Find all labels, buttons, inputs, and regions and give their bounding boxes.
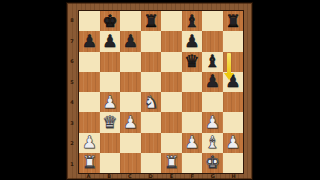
piece-wq[interactable]: ♛ bbox=[102, 114, 117, 131]
square-b3[interactable]: ♛ bbox=[100, 112, 121, 132]
square-h6[interactable] bbox=[223, 52, 244, 72]
square-g7[interactable] bbox=[202, 31, 223, 51]
file-label-h: H bbox=[223, 173, 244, 180]
piece-bq[interactable]: ♛ bbox=[184, 53, 199, 70]
square-d7[interactable] bbox=[141, 31, 162, 51]
square-a5[interactable] bbox=[79, 72, 100, 92]
square-a4[interactable] bbox=[79, 92, 100, 112]
square-g5[interactable]: ♟ bbox=[202, 72, 223, 92]
square-e6[interactable] bbox=[161, 52, 182, 72]
piece-bp[interactable]: ♟ bbox=[82, 33, 97, 50]
square-d2[interactable] bbox=[141, 133, 162, 153]
piece-wb[interactable]: ♝ bbox=[205, 134, 220, 151]
piece-bp[interactable]: ♟ bbox=[102, 33, 117, 50]
move-arrow-head bbox=[224, 73, 234, 80]
piece-wn[interactable]: ♞ bbox=[143, 94, 158, 111]
piece-bb[interactable]: ♝ bbox=[184, 13, 199, 30]
file-labels: ABCDEFGH bbox=[78, 173, 244, 180]
square-f7[interactable]: ♟ bbox=[182, 31, 203, 51]
piece-wp[interactable]: ♟ bbox=[123, 114, 138, 131]
square-g1[interactable]: ♚ bbox=[202, 153, 223, 173]
square-e5[interactable] bbox=[161, 72, 182, 92]
file-label-c: C bbox=[120, 173, 141, 180]
square-e4[interactable] bbox=[161, 92, 182, 112]
file-label-f: F bbox=[182, 173, 203, 180]
piece-wr[interactable]: ♜ bbox=[82, 154, 97, 171]
square-a8[interactable] bbox=[79, 11, 100, 31]
chess-board[interactable]: ♚♜♝♜♟♟♟♟♛♝♟♟♟♞♛♟♟♟♟♝♟♜♜♚ bbox=[78, 10, 244, 174]
file-label-d: D bbox=[140, 173, 161, 180]
square-a7[interactable]: ♟ bbox=[79, 31, 100, 51]
square-b2[interactable] bbox=[100, 133, 121, 153]
square-d5[interactable] bbox=[141, 72, 162, 92]
piece-bp[interactable]: ♟ bbox=[123, 33, 138, 50]
square-f3[interactable] bbox=[182, 112, 203, 132]
square-c3[interactable]: ♟ bbox=[120, 112, 141, 132]
square-a3[interactable] bbox=[79, 112, 100, 132]
square-h8[interactable]: ♜ bbox=[223, 11, 244, 31]
piece-wp[interactable]: ♟ bbox=[82, 134, 97, 151]
square-f2[interactable]: ♟ bbox=[182, 133, 203, 153]
square-c5[interactable] bbox=[120, 72, 141, 92]
piece-bp[interactable]: ♟ bbox=[184, 33, 199, 50]
square-c8[interactable] bbox=[120, 11, 141, 31]
square-f5[interactable] bbox=[182, 72, 203, 92]
piece-br[interactable]: ♜ bbox=[225, 13, 240, 30]
square-g3[interactable]: ♟ bbox=[202, 112, 223, 132]
square-h4[interactable] bbox=[223, 92, 244, 112]
square-b1[interactable] bbox=[100, 153, 121, 173]
square-h3[interactable] bbox=[223, 112, 244, 132]
square-c6[interactable] bbox=[120, 52, 141, 72]
square-b8[interactable]: ♚ bbox=[100, 11, 121, 31]
piece-wp[interactable]: ♟ bbox=[102, 94, 117, 111]
file-label-e: E bbox=[161, 173, 182, 180]
square-g6[interactable]: ♝ bbox=[202, 52, 223, 72]
square-d4[interactable]: ♞ bbox=[141, 92, 162, 112]
rank-label-8: 8 bbox=[66, 10, 78, 31]
piece-wk[interactable]: ♚ bbox=[205, 154, 220, 171]
rank-labels: 87654321 bbox=[66, 10, 78, 174]
file-label-a: A bbox=[78, 173, 99, 180]
rank-label-3: 3 bbox=[66, 113, 78, 134]
square-g8[interactable] bbox=[202, 11, 223, 31]
rank-label-2: 2 bbox=[66, 133, 78, 154]
piece-wr[interactable]: ♜ bbox=[164, 154, 179, 171]
square-b5[interactable] bbox=[100, 72, 121, 92]
piece-bk[interactable]: ♚ bbox=[102, 13, 117, 30]
file-label-b: B bbox=[99, 173, 120, 180]
rank-label-7: 7 bbox=[66, 31, 78, 52]
square-f8[interactable]: ♝ bbox=[182, 11, 203, 31]
square-a6[interactable] bbox=[79, 52, 100, 72]
square-h7[interactable] bbox=[223, 31, 244, 51]
rank-label-1: 1 bbox=[66, 154, 78, 175]
square-e3[interactable] bbox=[161, 112, 182, 132]
square-d3[interactable] bbox=[141, 112, 162, 132]
piece-bp[interactable]: ♟ bbox=[205, 73, 220, 90]
piece-br[interactable]: ♜ bbox=[143, 13, 158, 30]
piece-wp[interactable]: ♟ bbox=[205, 114, 220, 131]
square-a1[interactable]: ♜ bbox=[79, 153, 100, 173]
square-h2[interactable]: ♟ bbox=[223, 133, 244, 153]
square-e1[interactable]: ♜ bbox=[161, 153, 182, 173]
square-c1[interactable] bbox=[120, 153, 141, 173]
chess-video-still: 87654321 ♚♜♝♜♟♟♟♟♛♝♟♟♟♞♛♟♟♟♟♝♟♜♜♚ ABCDEF… bbox=[0, 0, 320, 180]
square-c2[interactable] bbox=[120, 133, 141, 153]
square-b6[interactable] bbox=[100, 52, 121, 72]
file-label-g: G bbox=[203, 173, 224, 180]
square-f1[interactable] bbox=[182, 153, 203, 173]
rank-label-4: 4 bbox=[66, 92, 78, 113]
square-d1[interactable] bbox=[141, 153, 162, 173]
square-e8[interactable] bbox=[161, 11, 182, 31]
square-c7[interactable]: ♟ bbox=[120, 31, 141, 51]
square-g4[interactable] bbox=[202, 92, 223, 112]
square-c4[interactable] bbox=[120, 92, 141, 112]
square-b4[interactable]: ♟ bbox=[100, 92, 121, 112]
piece-bb[interactable]: ♝ bbox=[205, 53, 220, 70]
square-f6[interactable]: ♛ bbox=[182, 52, 203, 72]
rank-label-6: 6 bbox=[66, 51, 78, 72]
square-f4[interactable] bbox=[182, 92, 203, 112]
square-e7[interactable] bbox=[161, 31, 182, 51]
piece-wp[interactable]: ♟ bbox=[184, 134, 199, 151]
square-d6[interactable] bbox=[141, 52, 162, 72]
square-a2[interactable]: ♟ bbox=[79, 133, 100, 153]
piece-wp[interactable]: ♟ bbox=[225, 134, 240, 151]
move-arrow-shaft bbox=[227, 53, 231, 75]
rank-label-5: 5 bbox=[66, 72, 78, 93]
square-e2[interactable] bbox=[161, 133, 182, 153]
square-g2[interactable]: ♝ bbox=[202, 133, 223, 153]
square-b7[interactable]: ♟ bbox=[100, 31, 121, 51]
square-d8[interactable]: ♜ bbox=[141, 11, 162, 31]
square-h1[interactable] bbox=[223, 153, 244, 173]
